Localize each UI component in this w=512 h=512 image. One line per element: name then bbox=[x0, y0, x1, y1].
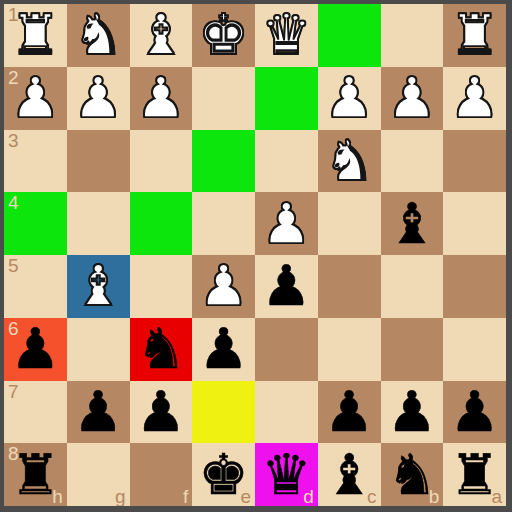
square-a8[interactable]: a♜ bbox=[443, 443, 506, 506]
square-g1[interactable]: ♞ bbox=[67, 4, 130, 67]
file-label-a: a bbox=[491, 487, 502, 506]
file-label-d: d bbox=[303, 487, 314, 506]
piece-white-queen[interactable]: ♛ bbox=[261, 7, 311, 63]
square-a2[interactable]: ♟ bbox=[443, 67, 506, 130]
square-b4[interactable]: ♝ bbox=[381, 192, 444, 255]
square-e3[interactable] bbox=[192, 130, 255, 193]
piece-black-pawn[interactable]: ♟ bbox=[261, 258, 311, 314]
piece-white-pawn[interactable]: ♟ bbox=[450, 70, 500, 126]
piece-white-rook[interactable]: ♜ bbox=[450, 7, 500, 63]
square-h5[interactable]: 5 bbox=[4, 255, 67, 318]
square-d6[interactable] bbox=[255, 318, 318, 381]
piece-white-pawn[interactable]: ♟ bbox=[261, 196, 311, 252]
square-e8[interactable]: e♚ bbox=[192, 443, 255, 506]
file-label-e: e bbox=[240, 487, 251, 506]
square-c2[interactable]: ♟ bbox=[318, 67, 381, 130]
square-f4[interactable] bbox=[130, 192, 193, 255]
rank-label-7: 7 bbox=[8, 382, 19, 401]
square-g4[interactable] bbox=[67, 192, 130, 255]
rank-label-5: 5 bbox=[8, 256, 19, 275]
square-f1[interactable]: ♝ bbox=[130, 4, 193, 67]
square-f6[interactable]: ♞ bbox=[130, 318, 193, 381]
file-label-b: b bbox=[429, 487, 440, 506]
square-e4[interactable] bbox=[192, 192, 255, 255]
square-c7[interactable]: ♟ bbox=[318, 381, 381, 444]
square-g5[interactable]: ♝ bbox=[67, 255, 130, 318]
square-d2[interactable] bbox=[255, 67, 318, 130]
square-c1[interactable] bbox=[318, 4, 381, 67]
piece-black-pawn[interactable]: ♟ bbox=[199, 321, 249, 377]
square-b6[interactable] bbox=[381, 318, 444, 381]
square-g6[interactable] bbox=[67, 318, 130, 381]
square-b5[interactable] bbox=[381, 255, 444, 318]
piece-white-bishop[interactable]: ♝ bbox=[73, 258, 123, 314]
square-h2[interactable]: 2♟ bbox=[4, 67, 67, 130]
piece-white-king[interactable]: ♚ bbox=[199, 7, 249, 63]
square-f3[interactable] bbox=[130, 130, 193, 193]
square-c8[interactable]: c♝ bbox=[318, 443, 381, 506]
square-e2[interactable] bbox=[192, 67, 255, 130]
square-h6[interactable]: 6♟ bbox=[4, 318, 67, 381]
square-d4[interactable]: ♟ bbox=[255, 192, 318, 255]
square-h1[interactable]: 1♜ bbox=[4, 4, 67, 67]
rank-label-3: 3 bbox=[8, 131, 19, 150]
piece-black-pawn[interactable]: ♟ bbox=[73, 384, 123, 440]
piece-black-knight[interactable]: ♞ bbox=[136, 321, 186, 377]
square-a6[interactable] bbox=[443, 318, 506, 381]
file-label-f: f bbox=[183, 487, 188, 506]
board-frame: 1♜♞♝♚♛♜2♟♟♟♟♟♟3♞4♟♝5♝♟♟6♟♞♟7♟♟♟♟♟8h♜gfe♚… bbox=[0, 0, 512, 512]
square-e7[interactable] bbox=[192, 381, 255, 444]
piece-white-pawn[interactable]: ♟ bbox=[324, 70, 374, 126]
rank-label-2: 2 bbox=[8, 68, 19, 87]
square-d3[interactable] bbox=[255, 130, 318, 193]
square-e1[interactable]: ♚ bbox=[192, 4, 255, 67]
piece-black-pawn[interactable]: ♟ bbox=[136, 384, 186, 440]
square-h3[interactable]: 3 bbox=[4, 130, 67, 193]
rank-label-4: 4 bbox=[8, 193, 19, 212]
piece-white-pawn[interactable]: ♟ bbox=[199, 258, 249, 314]
piece-white-knight[interactable]: ♞ bbox=[73, 7, 123, 63]
piece-white-pawn[interactable]: ♟ bbox=[136, 70, 186, 126]
rank-label-6: 6 bbox=[8, 319, 19, 338]
square-d5[interactable]: ♟ bbox=[255, 255, 318, 318]
square-f8[interactable]: f bbox=[130, 443, 193, 506]
square-g7[interactable]: ♟ bbox=[67, 381, 130, 444]
square-e5[interactable]: ♟ bbox=[192, 255, 255, 318]
square-d1[interactable]: ♛ bbox=[255, 4, 318, 67]
square-a7[interactable]: ♟ bbox=[443, 381, 506, 444]
square-a5[interactable] bbox=[443, 255, 506, 318]
piece-black-pawn[interactable]: ♟ bbox=[324, 384, 374, 440]
square-c3[interactable]: ♞ bbox=[318, 130, 381, 193]
square-f5[interactable] bbox=[130, 255, 193, 318]
square-c4[interactable] bbox=[318, 192, 381, 255]
chess-board: 1♜♞♝♚♛♜2♟♟♟♟♟♟3♞4♟♝5♝♟♟6♟♞♟7♟♟♟♟♟8h♜gfe♚… bbox=[4, 4, 506, 506]
piece-white-pawn[interactable]: ♟ bbox=[73, 70, 123, 126]
piece-white-bishop[interactable]: ♝ bbox=[136, 7, 186, 63]
file-label-c: c bbox=[367, 487, 377, 506]
piece-black-pawn[interactable]: ♟ bbox=[450, 384, 500, 440]
square-a1[interactable]: ♜ bbox=[443, 4, 506, 67]
piece-white-pawn[interactable]: ♟ bbox=[387, 70, 437, 126]
square-d7[interactable] bbox=[255, 381, 318, 444]
square-g8[interactable]: g bbox=[67, 443, 130, 506]
square-b2[interactable]: ♟ bbox=[381, 67, 444, 130]
square-g3[interactable] bbox=[67, 130, 130, 193]
square-h4[interactable]: 4 bbox=[4, 192, 67, 255]
square-f2[interactable]: ♟ bbox=[130, 67, 193, 130]
rank-label-1: 1 bbox=[8, 5, 19, 24]
square-b1[interactable] bbox=[381, 4, 444, 67]
square-a3[interactable] bbox=[443, 130, 506, 193]
square-a4[interactable] bbox=[443, 192, 506, 255]
square-f7[interactable]: ♟ bbox=[130, 381, 193, 444]
square-b7[interactable]: ♟ bbox=[381, 381, 444, 444]
square-b3[interactable] bbox=[381, 130, 444, 193]
square-g2[interactable]: ♟ bbox=[67, 67, 130, 130]
square-h8[interactable]: 8h♜ bbox=[4, 443, 67, 506]
square-d8[interactable]: d♛ bbox=[255, 443, 318, 506]
square-e6[interactable]: ♟ bbox=[192, 318, 255, 381]
piece-white-knight[interactable]: ♞ bbox=[324, 133, 374, 189]
square-h7[interactable]: 7 bbox=[4, 381, 67, 444]
file-label-h: h bbox=[52, 487, 63, 506]
piece-black-pawn[interactable]: ♟ bbox=[387, 384, 437, 440]
file-label-g: g bbox=[115, 487, 126, 506]
rank-label-8: 8 bbox=[8, 444, 19, 463]
square-c6[interactable] bbox=[318, 318, 381, 381]
piece-black-bishop[interactable]: ♝ bbox=[387, 196, 437, 252]
square-c5[interactable] bbox=[318, 255, 381, 318]
square-b8[interactable]: b♞ bbox=[381, 443, 444, 506]
